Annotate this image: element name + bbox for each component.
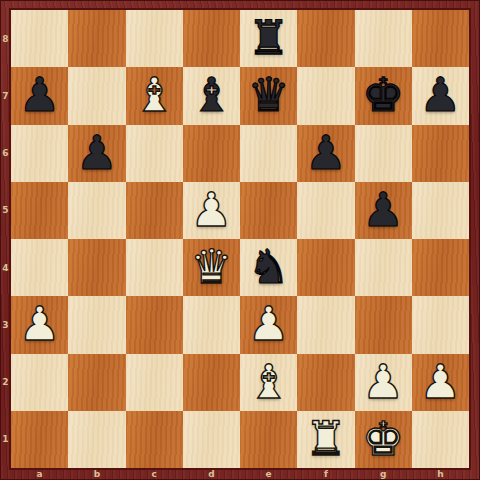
square-g3[interactable]	[355, 296, 412, 353]
square-h7[interactable]: ♟	[412, 67, 469, 124]
square-a5[interactable]	[11, 182, 68, 239]
square-f4[interactable]	[297, 239, 354, 296]
square-e5[interactable]	[240, 182, 297, 239]
square-e1[interactable]	[240, 411, 297, 468]
black-bishop-d7[interactable]: ♝	[190, 71, 232, 118]
square-e7[interactable]: ♛	[240, 67, 297, 124]
square-c6[interactable]	[126, 125, 183, 182]
square-h8[interactable]	[412, 10, 469, 67]
chess-diagram: ♜♟♝♝♛♚♟♟♟♟♟♛♞♟♟♝♟♟♜♚ 87654321 abcdefgh	[0, 0, 480, 480]
square-c4[interactable]	[126, 239, 183, 296]
square-f8[interactable]	[297, 10, 354, 67]
black-pawn-b6[interactable]: ♟	[76, 129, 118, 176]
square-b2[interactable]	[68, 354, 125, 411]
black-queen-e7[interactable]: ♛	[248, 71, 290, 118]
rank-label-6: 6	[0, 125, 11, 182]
rank-label-5: 5	[0, 182, 11, 239]
square-a2[interactable]	[11, 354, 68, 411]
square-d7[interactable]: ♝	[183, 67, 240, 124]
black-pawn-g5[interactable]: ♟	[362, 186, 404, 233]
square-a3[interactable]: ♟	[11, 296, 68, 353]
file-label-c: c	[126, 467, 183, 480]
square-d1[interactable]	[183, 411, 240, 468]
square-g6[interactable]	[355, 125, 412, 182]
square-c5[interactable]	[126, 182, 183, 239]
square-f5[interactable]	[297, 182, 354, 239]
square-b3[interactable]	[68, 296, 125, 353]
white-pawn-a3[interactable]: ♟	[19, 300, 61, 347]
file-label-d: d	[183, 467, 240, 480]
white-pawn-h2[interactable]: ♟	[419, 358, 461, 405]
square-a6[interactable]	[11, 125, 68, 182]
square-h3[interactable]	[412, 296, 469, 353]
rank-label-2: 2	[0, 354, 11, 411]
black-pawn-h7[interactable]: ♟	[419, 71, 461, 118]
square-h1[interactable]	[412, 411, 469, 468]
white-rook-f1[interactable]: ♜	[305, 415, 347, 462]
rank-label-4: 4	[0, 239, 11, 296]
rank-label-3: 3	[0, 296, 11, 353]
square-d4[interactable]: ♛	[183, 239, 240, 296]
square-e8[interactable]: ♜	[240, 10, 297, 67]
square-a7[interactable]: ♟	[11, 67, 68, 124]
black-pawn-f6[interactable]: ♟	[305, 129, 347, 176]
square-h6[interactable]	[412, 125, 469, 182]
file-label-h: h	[412, 467, 469, 480]
square-d5[interactable]: ♟	[183, 182, 240, 239]
square-c2[interactable]	[126, 354, 183, 411]
square-g4[interactable]	[355, 239, 412, 296]
white-pawn-d5[interactable]: ♟	[190, 186, 232, 233]
black-knight-e4[interactable]: ♞	[248, 243, 290, 290]
square-f1[interactable]: ♜	[297, 411, 354, 468]
square-e3[interactable]: ♟	[240, 296, 297, 353]
rank-coordinates: 87654321	[0, 10, 11, 468]
square-c8[interactable]	[126, 10, 183, 67]
square-b5[interactable]	[68, 182, 125, 239]
square-d6[interactable]	[183, 125, 240, 182]
white-pawn-e3[interactable]: ♟	[248, 300, 290, 347]
square-e6[interactable]	[240, 125, 297, 182]
square-a4[interactable]	[11, 239, 68, 296]
square-d2[interactable]	[183, 354, 240, 411]
square-h4[interactable]	[412, 239, 469, 296]
white-bishop-e2[interactable]: ♝	[248, 358, 290, 405]
square-h5[interactable]	[412, 182, 469, 239]
square-b7[interactable]	[68, 67, 125, 124]
square-c3[interactable]	[126, 296, 183, 353]
square-c7[interactable]: ♝	[126, 67, 183, 124]
black-pawn-a7[interactable]: ♟	[19, 71, 61, 118]
file-label-a: a	[11, 467, 68, 480]
file-label-b: b	[68, 467, 125, 480]
file-label-e: e	[240, 467, 297, 480]
rank-label-8: 8	[0, 10, 11, 67]
file-label-f: f	[297, 467, 354, 480]
square-g1[interactable]: ♚	[355, 411, 412, 468]
file-coordinates: abcdefgh	[11, 467, 469, 480]
square-f7[interactable]	[297, 67, 354, 124]
square-d8[interactable]	[183, 10, 240, 67]
white-pawn-g2[interactable]: ♟	[362, 358, 404, 405]
white-king-g1[interactable]: ♚	[362, 415, 404, 462]
square-b1[interactable]	[68, 411, 125, 468]
square-g7[interactable]: ♚	[355, 67, 412, 124]
rank-label-1: 1	[0, 411, 11, 468]
square-b4[interactable]	[68, 239, 125, 296]
file-label-g: g	[355, 467, 412, 480]
square-g8[interactable]	[355, 10, 412, 67]
square-f3[interactable]	[297, 296, 354, 353]
square-a1[interactable]	[11, 411, 68, 468]
square-g5[interactable]: ♟	[355, 182, 412, 239]
square-a8[interactable]	[11, 10, 68, 67]
square-h2[interactable]: ♟	[412, 354, 469, 411]
white-bishop-c7[interactable]: ♝	[133, 71, 175, 118]
rank-label-7: 7	[0, 67, 11, 124]
square-e2[interactable]: ♝	[240, 354, 297, 411]
square-b6[interactable]: ♟	[68, 125, 125, 182]
square-f2[interactable]	[297, 354, 354, 411]
square-f6[interactable]: ♟	[297, 125, 354, 182]
square-b8[interactable]	[68, 10, 125, 67]
white-queen-d4[interactable]: ♛	[190, 243, 232, 290]
chess-board: ♜♟♝♝♛♚♟♟♟♟♟♛♞♟♟♝♟♟♜♚	[11, 10, 469, 468]
square-d3[interactable]	[183, 296, 240, 353]
black-rook-e8[interactable]: ♜	[248, 14, 290, 61]
square-g2[interactable]: ♟	[355, 354, 412, 411]
square-e4[interactable]: ♞	[240, 239, 297, 296]
square-c1[interactable]	[126, 411, 183, 468]
black-king-g7[interactable]: ♚	[362, 71, 404, 118]
